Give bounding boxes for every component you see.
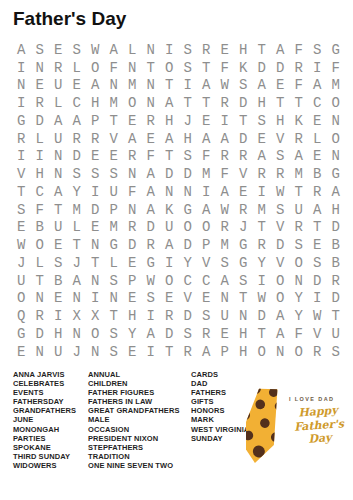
grid-cell[interactable]: O — [86, 325, 105, 343]
grid-cell[interactable]: M — [216, 236, 235, 254]
grid-cell[interactable]: Y — [123, 325, 142, 343]
grid-cell[interactable]: R — [290, 130, 309, 148]
grid-cell[interactable]: A — [49, 183, 68, 201]
grid-cell[interactable]: A — [142, 201, 161, 219]
grid-cell[interactable]: H — [160, 112, 179, 130]
grid-cell[interactable]: G — [105, 236, 124, 254]
grid-cell[interactable]: E — [123, 112, 142, 130]
grid-cell[interactable]: F — [216, 165, 235, 183]
grid-cell[interactable]: F — [290, 325, 309, 343]
grid-cell[interactable]: I — [197, 183, 216, 201]
grid-cell[interactable]: S — [142, 290, 161, 308]
grid-cell[interactable]: I — [308, 59, 327, 77]
grid-cell[interactable]: U — [160, 219, 179, 237]
grid-cell[interactable]: T — [253, 41, 272, 59]
grid-cell[interactable]: N — [142, 77, 161, 95]
grid-cell[interactable]: R — [216, 94, 235, 112]
grid-cell[interactable]: M — [197, 165, 216, 183]
grid-cell[interactable]: W — [142, 272, 161, 290]
grid-cell[interactable]: O — [160, 272, 179, 290]
grid-cell[interactable]: V — [197, 254, 216, 272]
grid-cell[interactable]: X — [86, 307, 105, 325]
grid-cell[interactable]: W — [12, 236, 31, 254]
grid-cell[interactable]: A — [327, 183, 346, 201]
grid-cell[interactable]: D — [86, 201, 105, 219]
grid-cell[interactable]: G — [234, 236, 253, 254]
grid-cell[interactable]: N — [86, 236, 105, 254]
grid-cell[interactable]: T — [49, 201, 68, 219]
grid-cell[interactable]: G — [327, 165, 346, 183]
grid-cell[interactable]: T — [160, 343, 179, 361]
grid-cell[interactable]: R — [31, 307, 50, 325]
grid-cell[interactable]: B — [327, 236, 346, 254]
grid-cell[interactable]: T — [290, 94, 309, 112]
grid-cell[interactable]: V — [12, 165, 31, 183]
grid-cell[interactable]: I — [142, 307, 161, 325]
grid-cell[interactable]: I — [179, 77, 198, 95]
grid-cell[interactable]: R — [216, 148, 235, 166]
grid-cell[interactable]: T — [290, 183, 309, 201]
grid-cell[interactable]: B — [327, 254, 346, 272]
grid-cell[interactable]: R — [234, 148, 253, 166]
grid-cell[interactable]: E — [234, 183, 253, 201]
grid-cell[interactable]: F — [142, 148, 161, 166]
grid-cell[interactable]: R — [290, 219, 309, 237]
grid-cell[interactable]: R — [160, 307, 179, 325]
grid-cell[interactable]: R — [86, 130, 105, 148]
grid-cell[interactable]: S — [271, 201, 290, 219]
grid-cell[interactable]: A — [253, 148, 272, 166]
grid-cell[interactable]: F — [123, 183, 142, 201]
grid-cell[interactable]: D — [123, 236, 142, 254]
grid-cell[interactable]: D — [271, 59, 290, 77]
grid-cell[interactable]: A — [197, 201, 216, 219]
grid-cell[interactable]: A — [160, 236, 179, 254]
grid-cell[interactable]: V — [105, 130, 124, 148]
grid-cell[interactable]: E — [216, 41, 235, 59]
grid-cell[interactable]: R — [327, 272, 346, 290]
grid-cell[interactable]: L — [49, 94, 68, 112]
grid-cell[interactable]: L — [68, 219, 87, 237]
grid-cell[interactable]: I — [12, 148, 31, 166]
grid-cell[interactable]: S — [68, 165, 87, 183]
grid-cell[interactable]: I — [253, 183, 272, 201]
grid-cell[interactable]: V — [271, 130, 290, 148]
grid-cell[interactable]: T — [68, 236, 87, 254]
grid-cell[interactable]: D — [271, 236, 290, 254]
grid-cell[interactable]: E — [308, 112, 327, 130]
grid-cell[interactable]: R — [142, 236, 161, 254]
grid-cell[interactable]: A — [160, 130, 179, 148]
grid-cell[interactable]: R — [253, 236, 272, 254]
grid-cell[interactable]: H — [179, 130, 198, 148]
grid-cell[interactable]: L — [308, 130, 327, 148]
grid-cell[interactable]: H — [253, 94, 272, 112]
grid-cell[interactable]: S — [105, 165, 124, 183]
grid-cell[interactable]: N — [160, 183, 179, 201]
grid-cell[interactable]: R — [216, 219, 235, 237]
grid-cell[interactable]: E — [105, 148, 124, 166]
grid-cell[interactable]: T — [271, 94, 290, 112]
grid-cell[interactable]: N — [49, 165, 68, 183]
grid-cell[interactable]: M — [105, 219, 124, 237]
grid-cell[interactable]: F — [216, 59, 235, 77]
grid-cell[interactable]: U — [49, 77, 68, 95]
grid-cell[interactable]: J — [179, 112, 198, 130]
grid-cell[interactable]: U — [105, 183, 124, 201]
grid-cell[interactable]: U — [290, 201, 309, 219]
grid-cell[interactable]: N — [271, 343, 290, 361]
grid-cell[interactable]: S — [253, 112, 272, 130]
grid-cell[interactable]: M — [123, 77, 142, 95]
grid-cell[interactable]: A — [271, 41, 290, 59]
grid-cell[interactable]: H — [327, 201, 346, 219]
grid-cell[interactable]: D — [234, 94, 253, 112]
grid-cell[interactable]: D — [179, 165, 198, 183]
grid-cell[interactable]: O — [290, 343, 309, 361]
grid-cell[interactable]: R — [197, 41, 216, 59]
grid-cell[interactable]: F — [197, 148, 216, 166]
grid-cell[interactable]: W — [216, 77, 235, 95]
grid-cell[interactable]: S — [105, 343, 124, 361]
grid-cell[interactable]: N — [123, 165, 142, 183]
grid-cell[interactable]: G — [12, 112, 31, 130]
grid-cell[interactable]: W — [253, 290, 272, 308]
grid-cell[interactable]: E — [68, 77, 87, 95]
grid-cell[interactable]: H — [234, 343, 253, 361]
grid-cell[interactable]: R — [290, 59, 309, 77]
grid-cell[interactable]: R — [123, 148, 142, 166]
grid-cell[interactable]: R — [142, 112, 161, 130]
grid-cell[interactable]: D — [327, 219, 346, 237]
grid-cell[interactable]: S — [49, 254, 68, 272]
grid-cell[interactable]: D — [253, 59, 272, 77]
grid-cell[interactable]: N — [327, 112, 346, 130]
grid-cell[interactable]: A — [308, 77, 327, 95]
grid-cell[interactable]: L — [123, 41, 142, 59]
grid-cell[interactable]: T — [197, 94, 216, 112]
grid-cell[interactable]: A — [142, 325, 161, 343]
grid-cell[interactable]: I — [216, 112, 235, 130]
grid-cell[interactable]: C — [308, 94, 327, 112]
grid-cell[interactable]: I — [160, 41, 179, 59]
grid-cell[interactable]: R — [271, 165, 290, 183]
grid-cell[interactable]: E — [12, 343, 31, 361]
grid-cell[interactable]: S — [179, 325, 198, 343]
grid-cell[interactable]: T — [12, 183, 31, 201]
grid-cell[interactable]: M — [327, 77, 346, 95]
grid-cell[interactable]: U — [216, 307, 235, 325]
grid-cell[interactable]: P — [105, 201, 124, 219]
grid-cell[interactable]: A — [68, 112, 87, 130]
grid-cell[interactable]: C — [197, 272, 216, 290]
grid-cell[interactable]: C — [179, 272, 198, 290]
grid-cell[interactable]: D — [179, 236, 198, 254]
grid-cell[interactable]: V — [308, 325, 327, 343]
grid-cell[interactable]: D — [142, 219, 161, 237]
grid-cell[interactable]: N — [12, 77, 31, 95]
grid-cell[interactable]: E — [49, 41, 68, 59]
grid-cell[interactable]: J — [68, 254, 87, 272]
grid-cell[interactable]: H — [86, 94, 105, 112]
grid-cell[interactable]: Y — [253, 254, 272, 272]
grid-cell[interactable]: M — [290, 165, 309, 183]
grid-cell[interactable]: A — [197, 343, 216, 361]
grid-cell[interactable]: T — [197, 59, 216, 77]
grid-cell[interactable]: K — [234, 59, 253, 77]
grid-cell[interactable]: R — [197, 325, 216, 343]
grid-cell[interactable]: E — [216, 325, 235, 343]
grid-cell[interactable]: S — [12, 201, 31, 219]
grid-cell[interactable]: E — [197, 112, 216, 130]
grid-cell[interactable]: N — [327, 148, 346, 166]
grid-cell[interactable]: E — [86, 219, 105, 237]
grid-cell[interactable]: F — [290, 41, 309, 59]
grid-cell[interactable]: I — [308, 290, 327, 308]
grid-cell[interactable]: N — [290, 272, 309, 290]
grid-cell[interactable]: A — [216, 183, 235, 201]
grid-cell[interactable]: M — [68, 201, 87, 219]
grid-cell[interactable]: N — [123, 59, 142, 77]
grid-cell[interactable]: H — [271, 112, 290, 130]
grid-cell[interactable]: A — [197, 130, 216, 148]
grid-cell[interactable]: E — [271, 77, 290, 95]
grid-cell[interactable]: O — [179, 219, 198, 237]
grid-cell[interactable]: R — [308, 183, 327, 201]
grid-cell[interactable]: N — [31, 290, 50, 308]
grid-cell[interactable]: S — [290, 236, 309, 254]
grid-cell[interactable]: L — [105, 254, 124, 272]
grid-cell[interactable]: D — [179, 307, 198, 325]
grid-cell[interactable]: N — [179, 183, 198, 201]
grid-cell[interactable]: V — [234, 165, 253, 183]
grid-cell[interactable]: I — [12, 59, 31, 77]
grid-cell[interactable]: A — [105, 41, 124, 59]
grid-cell[interactable]: Y — [179, 254, 198, 272]
grid-cell[interactable]: E — [308, 148, 327, 166]
grid-cell[interactable]: S — [308, 254, 327, 272]
grid-cell[interactable]: N — [142, 94, 161, 112]
grid-cell[interactable]: A — [123, 130, 142, 148]
grid-cell[interactable]: E — [86, 148, 105, 166]
grid-cell[interactable]: O — [31, 236, 50, 254]
grid-cell[interactable]: T — [253, 219, 272, 237]
grid-cell[interactable]: O — [327, 130, 346, 148]
grid-cell[interactable]: T — [142, 59, 161, 77]
grid-cell[interactable]: D — [68, 148, 87, 166]
grid-cell[interactable]: I — [142, 343, 161, 361]
grid-cell[interactable]: J — [12, 254, 31, 272]
grid-cell[interactable]: S — [197, 307, 216, 325]
grid-cell[interactable]: S — [68, 41, 87, 59]
grid-cell[interactable]: T — [234, 290, 253, 308]
grid-cell[interactable]: B — [49, 272, 68, 290]
grid-cell[interactable]: N — [105, 290, 124, 308]
grid-cell[interactable]: E — [197, 290, 216, 308]
grid-cell[interactable]: N — [142, 41, 161, 59]
grid-cell[interactable]: O — [160, 59, 179, 77]
grid-cell[interactable]: N — [31, 343, 50, 361]
grid-cell[interactable]: E — [253, 130, 272, 148]
grid-cell[interactable]: P — [123, 272, 142, 290]
grid-cell[interactable]: H — [234, 325, 253, 343]
grid-cell[interactable]: V — [271, 219, 290, 237]
grid-cell[interactable]: E — [123, 290, 142, 308]
grid-cell[interactable]: T — [31, 272, 50, 290]
grid-cell[interactable]: H — [49, 325, 68, 343]
grid-cell[interactable]: E — [31, 77, 50, 95]
grid-cell[interactable]: J — [234, 219, 253, 237]
grid-cell[interactable]: X — [68, 307, 87, 325]
grid-cell[interactable]: T — [327, 307, 346, 325]
grid-cell[interactable]: Q — [12, 307, 31, 325]
grid-cell[interactable]: M — [105, 94, 124, 112]
grid-cell[interactable]: D — [327, 290, 346, 308]
grid-cell[interactable]: P — [197, 236, 216, 254]
grid-cell[interactable]: A — [216, 130, 235, 148]
grid-cell[interactable]: T — [160, 77, 179, 95]
grid-cell[interactable]: S — [234, 77, 253, 95]
grid-cell[interactable]: A — [12, 41, 31, 59]
grid-cell[interactable]: I — [49, 307, 68, 325]
grid-cell[interactable]: D — [31, 112, 50, 130]
grid-cell[interactable]: A — [308, 201, 327, 219]
grid-cell[interactable]: K — [290, 112, 309, 130]
grid-cell[interactable]: I — [31, 148, 50, 166]
grid-cell[interactable]: U — [49, 219, 68, 237]
grid-cell[interactable]: W — [86, 41, 105, 59]
grid-cell[interactable]: L — [31, 130, 50, 148]
grid-cell[interactable]: A — [49, 112, 68, 130]
grid-cell[interactable]: F — [327, 59, 346, 77]
grid-cell[interactable]: L — [31, 254, 50, 272]
grid-cell[interactable]: A — [86, 77, 105, 95]
grid-cell[interactable]: Y — [290, 307, 309, 325]
grid-cell[interactable]: J — [68, 343, 87, 361]
grid-cell[interactable]: Y — [290, 290, 309, 308]
grid-cell[interactable]: I — [160, 254, 179, 272]
grid-cell[interactable]: A — [253, 77, 272, 95]
grid-cell[interactable]: U — [49, 130, 68, 148]
grid-cell[interactable]: A — [197, 77, 216, 95]
grid-cell[interactable]: R — [123, 219, 142, 237]
grid-cell[interactable]: S — [327, 343, 346, 361]
grid-cell[interactable]: E — [308, 236, 327, 254]
grid-cell[interactable]: M — [253, 201, 272, 219]
grid-cell[interactable]: S — [179, 41, 198, 59]
grid-cell[interactable]: S — [179, 59, 198, 77]
grid-cell[interactable]: P — [86, 112, 105, 130]
grid-cell[interactable]: S — [216, 254, 235, 272]
grid-cell[interactable]: E — [160, 290, 179, 308]
grid-cell[interactable]: G — [12, 325, 31, 343]
grid-cell[interactable]: O — [253, 343, 272, 361]
grid-cell[interactable]: C — [68, 94, 87, 112]
grid-cell[interactable]: S — [86, 165, 105, 183]
grid-cell[interactable]: E — [49, 290, 68, 308]
grid-cell[interactable]: R — [179, 343, 198, 361]
grid-cell[interactable]: N — [68, 290, 87, 308]
grid-cell[interactable]: H — [31, 165, 50, 183]
grid-cell[interactable]: W — [308, 307, 327, 325]
grid-cell[interactable]: S — [31, 41, 50, 59]
grid-cell[interactable]: A — [142, 165, 161, 183]
grid-cell[interactable]: E — [123, 254, 142, 272]
grid-cell[interactable]: T — [160, 148, 179, 166]
grid-cell[interactable]: D — [31, 325, 50, 343]
grid-cell[interactable]: I — [86, 290, 105, 308]
grid-cell[interactable]: D — [308, 272, 327, 290]
grid-cell[interactable]: N — [234, 307, 253, 325]
grid-cell[interactable]: A — [160, 94, 179, 112]
grid-cell[interactable]: O — [327, 94, 346, 112]
grid-cell[interactable]: G — [142, 254, 161, 272]
grid-cell[interactable]: N — [216, 290, 235, 308]
grid-cell[interactable]: E — [12, 219, 31, 237]
grid-cell[interactable]: I — [12, 94, 31, 112]
grid-cell[interactable]: N — [68, 325, 87, 343]
grid-cell[interactable]: R — [31, 94, 50, 112]
grid-cell[interactable]: A — [142, 183, 161, 201]
grid-cell[interactable]: E — [49, 236, 68, 254]
grid-cell[interactable]: T — [179, 94, 198, 112]
grid-cell[interactable]: D — [160, 325, 179, 343]
grid-cell[interactable]: U — [327, 325, 346, 343]
grid-cell[interactable]: F — [105, 59, 124, 77]
grid-cell[interactable]: A — [271, 307, 290, 325]
grid-cell[interactable]: E — [123, 343, 142, 361]
grid-cell[interactable]: A — [271, 325, 290, 343]
grid-cell[interactable]: S — [308, 41, 327, 59]
grid-cell[interactable]: Y — [68, 183, 87, 201]
grid-cell[interactable]: U — [12, 272, 31, 290]
grid-cell[interactable]: N — [86, 272, 105, 290]
grid-cell[interactable]: N — [31, 59, 50, 77]
grid-cell[interactable]: N — [105, 77, 124, 95]
grid-cell[interactable]: G — [234, 254, 253, 272]
grid-cell[interactable]: A — [216, 272, 235, 290]
grid-cell[interactable]: W — [216, 201, 235, 219]
grid-cell[interactable]: A — [290, 148, 309, 166]
grid-cell[interactable]: P — [216, 343, 235, 361]
grid-cell[interactable]: D — [234, 130, 253, 148]
grid-cell[interactable]: O — [271, 272, 290, 290]
grid-cell[interactable]: O — [271, 290, 290, 308]
grid-cell[interactable]: F — [31, 201, 50, 219]
grid-cell[interactable]: I — [86, 183, 105, 201]
grid-cell[interactable]: C — [31, 183, 50, 201]
grid-cell[interactable]: T — [253, 325, 272, 343]
grid-cell[interactable]: D — [160, 165, 179, 183]
grid-cell[interactable]: O — [12, 290, 31, 308]
grid-cell[interactable]: T — [308, 219, 327, 237]
grid-cell[interactable]: D — [253, 307, 272, 325]
grid-cell[interactable]: N — [123, 201, 142, 219]
grid-cell[interactable]: H — [234, 41, 253, 59]
grid-cell[interactable]: L — [68, 59, 87, 77]
grid-cell[interactable]: V — [179, 290, 198, 308]
grid-cell[interactable]: S — [234, 272, 253, 290]
grid-cell[interactable]: O — [197, 219, 216, 237]
grid-cell[interactable]: V — [271, 254, 290, 272]
grid-cell[interactable]: F — [290, 77, 309, 95]
grid-cell[interactable]: N — [49, 148, 68, 166]
grid-cell[interactable]: G — [327, 41, 346, 59]
grid-cell[interactable]: R — [253, 165, 272, 183]
grid-cell[interactable]: O — [86, 59, 105, 77]
grid-cell[interactable]: I — [253, 272, 272, 290]
grid-cell[interactable]: E — [142, 130, 161, 148]
